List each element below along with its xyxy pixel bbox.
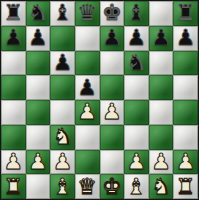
square-a7[interactable]: ♟ xyxy=(1,26,26,51)
square-e7[interactable]: ♟ xyxy=(100,26,125,51)
square-b1[interactable] xyxy=(26,174,51,199)
square-d1[interactable]: ♛ xyxy=(75,174,100,199)
square-a3[interactable] xyxy=(1,125,26,150)
piece-black-king[interactable]: ♚ xyxy=(102,2,122,24)
square-h7[interactable]: ♟ xyxy=(173,26,198,51)
square-b6[interactable] xyxy=(26,51,51,76)
square-d2[interactable] xyxy=(75,150,100,175)
square-a1[interactable]: ♜ xyxy=(1,174,26,199)
piece-white-king[interactable]: ♚ xyxy=(102,176,122,198)
square-a6[interactable] xyxy=(1,51,26,76)
square-d3[interactable] xyxy=(75,125,100,150)
square-c6[interactable]: ♟ xyxy=(50,51,75,76)
piece-white-pawn[interactable]: ♟ xyxy=(102,101,122,123)
piece-black-queen[interactable]: ♛ xyxy=(77,2,97,24)
square-c3[interactable]: ♞ xyxy=(50,125,75,150)
square-h3[interactable] xyxy=(173,125,198,150)
square-e5[interactable] xyxy=(100,75,125,100)
piece-white-knight[interactable]: ♞ xyxy=(151,176,171,198)
square-h5[interactable] xyxy=(173,75,198,100)
square-g7[interactable]: ♟ xyxy=(149,26,174,51)
piece-white-pawn[interactable]: ♟ xyxy=(53,151,73,173)
square-e3[interactable] xyxy=(100,125,125,150)
piece-white-pawn[interactable]: ♟ xyxy=(28,151,48,173)
chess-board: ♜♞♝♛♚♝♜♟♟♟♟♟♟♟♞♟♟♟♞♟♟♟♟♟♟♜♝♛♚♝♞♜ xyxy=(0,0,199,200)
square-f1[interactable]: ♝ xyxy=(124,174,149,199)
piece-white-pawn[interactable]: ♟ xyxy=(176,151,196,173)
square-f7[interactable]: ♟ xyxy=(124,26,149,51)
square-e4[interactable]: ♟ xyxy=(100,100,125,125)
square-f3[interactable] xyxy=(124,125,149,150)
square-d5[interactable]: ♟ xyxy=(75,75,100,100)
square-a2[interactable]: ♟ xyxy=(1,150,26,175)
square-h2[interactable]: ♟ xyxy=(173,150,198,175)
square-e8[interactable]: ♚ xyxy=(100,1,125,26)
piece-black-knight[interactable]: ♞ xyxy=(127,52,147,74)
piece-white-rook[interactable]: ♜ xyxy=(3,176,23,198)
square-f6[interactable]: ♞ xyxy=(124,51,149,76)
piece-white-pawn[interactable]: ♟ xyxy=(77,101,97,123)
square-g2[interactable]: ♟ xyxy=(149,150,174,175)
square-a5[interactable] xyxy=(1,75,26,100)
square-b4[interactable] xyxy=(26,100,51,125)
piece-black-pawn[interactable]: ♟ xyxy=(176,27,196,49)
square-f5[interactable] xyxy=(124,75,149,100)
square-e2[interactable] xyxy=(100,150,125,175)
square-d7[interactable] xyxy=(75,26,100,51)
piece-black-rook[interactable]: ♜ xyxy=(3,2,23,24)
square-b8[interactable]: ♞ xyxy=(26,1,51,26)
piece-white-pawn[interactable]: ♟ xyxy=(127,151,147,173)
square-h8[interactable]: ♜ xyxy=(173,1,198,26)
square-g6[interactable] xyxy=(149,51,174,76)
square-c7[interactable] xyxy=(50,26,75,51)
piece-white-queen[interactable]: ♛ xyxy=(77,176,97,198)
square-c8[interactable]: ♝ xyxy=(50,1,75,26)
square-c5[interactable] xyxy=(50,75,75,100)
piece-black-pawn[interactable]: ♟ xyxy=(127,27,147,49)
piece-white-pawn[interactable]: ♟ xyxy=(3,151,23,173)
square-e6[interactable] xyxy=(100,51,125,76)
square-g8[interactable] xyxy=(149,1,174,26)
square-c4[interactable] xyxy=(50,100,75,125)
piece-white-rook[interactable]: ♜ xyxy=(176,176,196,198)
piece-white-knight[interactable]: ♞ xyxy=(53,126,73,148)
square-a4[interactable] xyxy=(1,100,26,125)
square-f8[interactable]: ♝ xyxy=(124,1,149,26)
square-b5[interactable] xyxy=(26,75,51,100)
piece-white-bishop[interactable]: ♝ xyxy=(53,176,73,198)
piece-black-knight[interactable]: ♞ xyxy=(28,2,48,24)
square-g4[interactable] xyxy=(149,100,174,125)
square-d6[interactable] xyxy=(75,51,100,76)
square-f4[interactable] xyxy=(124,100,149,125)
square-c1[interactable]: ♝ xyxy=(50,174,75,199)
square-g1[interactable]: ♞ xyxy=(149,174,174,199)
square-h4[interactable] xyxy=(173,100,198,125)
piece-white-pawn[interactable]: ♟ xyxy=(151,151,171,173)
piece-black-rook[interactable]: ♜ xyxy=(176,2,196,24)
square-g5[interactable] xyxy=(149,75,174,100)
square-g3[interactable] xyxy=(149,125,174,150)
piece-black-pawn[interactable]: ♟ xyxy=(77,77,97,99)
square-f2[interactable]: ♟ xyxy=(124,150,149,175)
square-h1[interactable]: ♜ xyxy=(173,174,198,199)
piece-black-pawn[interactable]: ♟ xyxy=(53,52,73,74)
square-d8[interactable]: ♛ xyxy=(75,1,100,26)
square-b3[interactable] xyxy=(26,125,51,150)
piece-black-pawn[interactable]: ♟ xyxy=(102,27,122,49)
piece-white-bishop[interactable]: ♝ xyxy=(127,176,147,198)
square-d4[interactable]: ♟ xyxy=(75,100,100,125)
piece-black-pawn[interactable]: ♟ xyxy=(28,27,48,49)
square-h6[interactable] xyxy=(173,51,198,76)
square-a8[interactable]: ♜ xyxy=(1,1,26,26)
square-e1[interactable]: ♚ xyxy=(100,174,125,199)
piece-black-pawn[interactable]: ♟ xyxy=(3,27,23,49)
piece-black-bishop[interactable]: ♝ xyxy=(53,2,73,24)
square-c2[interactable]: ♟ xyxy=(50,150,75,175)
piece-black-pawn[interactable]: ♟ xyxy=(151,27,171,49)
piece-black-bishop[interactable]: ♝ xyxy=(127,2,147,24)
square-b2[interactable]: ♟ xyxy=(26,150,51,175)
square-b7[interactable]: ♟ xyxy=(26,26,51,51)
